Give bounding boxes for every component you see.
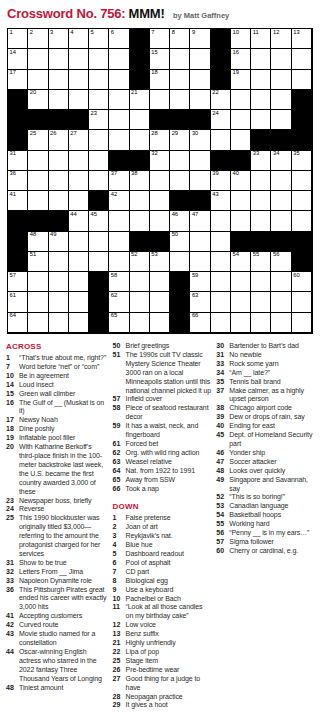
grid-cell[interactable]: [69, 232, 89, 252]
black-cell: [170, 191, 190, 211]
grid-cell[interactable]: [130, 313, 150, 333]
grid-cell[interactable]: [211, 313, 231, 333]
grid-cell[interactable]: 46: [170, 211, 190, 231]
grid-cell[interactable]: [69, 313, 89, 333]
grid-cell[interactable]: [190, 232, 210, 252]
grid-cell[interactable]: 20: [28, 90, 48, 110]
grid-cell[interactable]: [89, 70, 109, 90]
grid-cell[interactable]: 18: [150, 70, 170, 90]
clue-text: “Look at all those candles on my birthda…: [126, 603, 212, 621]
clue-text: Napoleon Dynamite role: [19, 577, 108, 586]
clue: 34“Am __ late?”: [216, 369, 316, 378]
grid-cell[interactable]: [28, 191, 48, 211]
clue-text: Dine poshly: [19, 425, 108, 434]
grid-cell[interactable]: [49, 313, 69, 333]
clue-number: 32: [6, 568, 19, 577]
clue-number: 29: [113, 701, 126, 710]
clue-number: 33: [216, 360, 229, 369]
grid-cell[interactable]: [292, 211, 312, 231]
grid-cell[interactable]: 59: [190, 272, 210, 292]
grid-cell[interactable]: [231, 110, 251, 130]
cell-number: 51: [30, 252, 36, 258]
across-clue-list: 1“That’s true about me, right?”7Word bef…: [6, 354, 108, 692]
black-cell: [89, 313, 109, 333]
grid-cell[interactable]: 41: [8, 191, 28, 211]
clue: 7CD part: [113, 568, 212, 577]
clue: 54Basketball hoops: [216, 511, 316, 520]
grid-cell[interactable]: 38: [130, 171, 150, 191]
grid-cell[interactable]: [49, 191, 69, 211]
cell-number: 52: [131, 252, 137, 258]
clue: 48Looks over quickly: [216, 467, 316, 476]
black-cell: [8, 232, 28, 252]
grid-cell[interactable]: 55: [251, 252, 271, 272]
cell-number: 26: [50, 131, 56, 137]
grid-cell[interactable]: [251, 211, 271, 231]
clue-text: Loud insect: [19, 381, 108, 390]
grid-cell[interactable]: 26: [49, 130, 69, 150]
grid-cell[interactable]: [231, 292, 251, 312]
grid-cell[interactable]: [89, 232, 109, 252]
clue: 29It gives a hoot: [113, 701, 212, 710]
clue-number: 44: [6, 648, 19, 684]
clue-text: Stage item: [126, 657, 212, 666]
grid-cell[interactable]: [150, 171, 170, 191]
cell-number: 30: [192, 131, 198, 137]
grid-cell[interactable]: 27: [69, 130, 89, 150]
grid-cell[interactable]: [49, 49, 69, 69]
grid-cell[interactable]: 51: [28, 252, 48, 272]
cell-number: 20: [30, 90, 36, 96]
grid-cell[interactable]: [109, 232, 129, 252]
grid-cell[interactable]: [69, 191, 89, 211]
grid-cell[interactable]: [190, 90, 210, 110]
black-cell: [292, 90, 312, 110]
grid-cell[interactable]: [89, 252, 109, 272]
grid-cell[interactable]: 14: [8, 49, 28, 69]
grid-cell[interactable]: [109, 211, 129, 231]
grid-cell[interactable]: [69, 70, 89, 90]
grid-cell[interactable]: [109, 70, 129, 90]
grid-cell[interactable]: [170, 171, 190, 191]
grid-cell[interactable]: 15: [150, 49, 170, 69]
clue-number: 56: [216, 529, 229, 538]
grid-cell[interactable]: [251, 292, 271, 312]
clue: 26Pre-bedtime wear: [113, 666, 212, 675]
grid-cell[interactable]: 52: [130, 252, 150, 272]
clue-number: 3: [113, 532, 126, 541]
grid-cell[interactable]: 8: [170, 29, 190, 49]
clue: 64Nat. from 1922 to 1991: [113, 467, 212, 476]
grid-cell[interactable]: [49, 252, 69, 272]
grid-cell[interactable]: [69, 171, 89, 191]
cell-number: 66: [192, 313, 198, 319]
cell-number: 16: [232, 50, 238, 56]
clue-number: 59: [113, 422, 126, 440]
clue-number: 47: [216, 458, 229, 467]
clue: 46Yonder ship: [216, 449, 316, 458]
grid-cell[interactable]: [28, 49, 48, 69]
grid-cell[interactable]: 39: [211, 171, 231, 191]
byline: by Matt Gaffney: [173, 11, 229, 20]
grid-cell[interactable]: [150, 313, 170, 333]
cell-number: 45: [91, 212, 97, 218]
clue-number: 46: [216, 449, 229, 458]
clue: 39Dew or drops of rain, say: [216, 413, 316, 422]
grid-cell[interactable]: [69, 90, 89, 110]
clue-text: Took a nap: [126, 485, 212, 494]
grid-cell[interactable]: 57: [8, 272, 28, 292]
clue-text: Newspaper boss, briefly: [19, 497, 108, 506]
clue-text: Be in agreement: [19, 372, 108, 381]
grid-cell[interactable]: [89, 151, 109, 171]
grid-cell[interactable]: [28, 171, 48, 191]
grid-cell[interactable]: 25: [28, 130, 48, 150]
grid-cell[interactable]: [190, 151, 210, 171]
clue-text: This 1990 blockbuster was originally tit…: [19, 514, 108, 559]
grid-cell[interactable]: [251, 90, 271, 110]
grid-cell[interactable]: [190, 171, 210, 191]
grid-cell[interactable]: [251, 313, 271, 333]
grid-cell[interactable]: [69, 292, 89, 312]
clue-text: Brief greetings: [126, 342, 212, 351]
grid-cell[interactable]: [211, 130, 231, 150]
cell-number: 63: [192, 293, 198, 299]
clue-text: This Pittsburgh Pirates great ended his …: [19, 586, 108, 613]
grid-cell[interactable]: [231, 130, 251, 150]
grid-cell[interactable]: 19: [231, 70, 251, 90]
black-cell: [8, 252, 28, 272]
grid-cell[interactable]: 35: [292, 151, 312, 171]
clue: 42Curved route: [6, 621, 108, 630]
grid-cell[interactable]: 3: [49, 29, 69, 49]
grid-cell[interactable]: [150, 90, 170, 110]
grid-cell[interactable]: [109, 130, 129, 150]
grid-cell[interactable]: 40: [231, 171, 251, 191]
clue-number: 9: [113, 586, 126, 595]
grid-cell[interactable]: [69, 252, 89, 272]
cell-number: 59: [192, 273, 198, 279]
grid-cell[interactable]: [251, 191, 271, 211]
clue-number: 34: [216, 369, 229, 378]
grid-cell[interactable]: 22: [211, 90, 231, 110]
grid-cell[interactable]: 64: [8, 313, 28, 333]
clue: 21Highly unfriendly: [113, 639, 212, 648]
grid-cell[interactable]: [69, 272, 89, 292]
grid-cell[interactable]: 24: [211, 110, 231, 130]
grid-cell[interactable]: [130, 110, 150, 130]
grid-cell[interactable]: [170, 70, 190, 90]
grid-cell[interactable]: [292, 70, 312, 90]
black-cell: [292, 110, 312, 130]
clue: 32Letters From __ Jima: [6, 568, 108, 577]
cell-number: 49: [50, 232, 56, 238]
grid-cell[interactable]: [271, 90, 291, 110]
clue-text: Away from SSW: [126, 476, 212, 485]
clue: 35Tennis ball brand: [216, 378, 316, 387]
grid-cell[interactable]: 29: [170, 130, 190, 150]
clue: 31Show to be true: [6, 559, 108, 568]
grid-cell[interactable]: 48: [28, 232, 48, 252]
grid-cell[interactable]: 32: [150, 151, 170, 171]
clue-number: 7: [6, 363, 19, 372]
grid-cell[interactable]: [211, 232, 231, 252]
grid-cell[interactable]: [231, 272, 251, 292]
clue-text: Rock some yarn: [229, 360, 316, 369]
grid-cell[interactable]: [170, 49, 190, 69]
clue-number: 49: [216, 476, 229, 494]
clue: 33Napoleon Dynamite role: [6, 577, 108, 586]
grid-cell[interactable]: [271, 211, 291, 231]
clue: 47Soccer attacker: [216, 458, 316, 467]
clue-text: Canadian language: [229, 502, 316, 511]
grid-cell[interactable]: [231, 313, 251, 333]
grid-cell[interactable]: [28, 292, 48, 312]
grid-cell[interactable]: 62: [109, 292, 129, 312]
grid-cell[interactable]: [211, 252, 231, 272]
clue-text: Soccer attacker: [229, 458, 316, 467]
black-cell: [271, 130, 291, 150]
grid-cell[interactable]: 1: [8, 29, 28, 49]
grid-cell[interactable]: 13: [292, 29, 312, 49]
grid-cell[interactable]: [49, 292, 69, 312]
grid-cell[interactable]: [271, 191, 291, 211]
grid-cell[interactable]: [109, 90, 129, 110]
clue-number: 22: [113, 648, 126, 657]
clue-number: 30: [216, 342, 229, 351]
clue-text: CD part: [126, 568, 212, 577]
grid-cell[interactable]: 37: [109, 171, 129, 191]
clue-number: 57: [113, 395, 126, 404]
clue-number: 10: [6, 372, 19, 381]
grid-cell[interactable]: [150, 272, 170, 292]
grid-cell[interactable]: [49, 272, 69, 292]
grid-cell[interactable]: [150, 211, 170, 231]
grid-cell[interactable]: [292, 313, 312, 333]
grid-cell[interactable]: 50: [170, 232, 190, 252]
grid-cell[interactable]: 43: [211, 191, 231, 211]
grid-cell[interactable]: [271, 292, 291, 312]
page: Crossword No. 756:MMM! by Matt Gaffney 1…: [0, 0, 320, 717]
grid-cell[interactable]: [170, 90, 190, 110]
cell-number: 46: [172, 212, 178, 218]
black-cell: [271, 232, 291, 252]
grid-cell[interactable]: [211, 272, 231, 292]
clue-text: Pre-bedtime wear: [126, 666, 212, 675]
grid-cell[interactable]: 30: [190, 130, 210, 150]
grid-cell[interactable]: 21: [130, 90, 150, 110]
grid-cell[interactable]: [251, 272, 271, 292]
clue-number: 18: [6, 425, 19, 434]
grid-cell[interactable]: [271, 49, 291, 69]
clue-text: Org. with wild ring action: [126, 449, 212, 458]
grid-cell[interactable]: 9: [190, 29, 210, 49]
grid-cell[interactable]: [231, 211, 251, 231]
grid-cell[interactable]: [89, 90, 109, 110]
cell-number: 4: [70, 30, 73, 36]
grid-cell[interactable]: 6: [109, 29, 129, 49]
clue: 11“Look at all those candles on my birth…: [113, 603, 212, 621]
grid-cell[interactable]: [150, 292, 170, 312]
crossword-grid[interactable]: 1234567891011121314151617181920212223242…: [7, 28, 313, 334]
black-cell: [211, 29, 231, 49]
black-cell: [8, 90, 28, 110]
clue-number: 55: [216, 520, 229, 529]
clue: 66Took a nap: [113, 485, 212, 494]
grid-cell[interactable]: [69, 49, 89, 69]
cell-number: 58: [111, 273, 117, 279]
clue-number: 16: [6, 399, 19, 417]
grid-cell[interactable]: [190, 70, 210, 90]
black-cell: [130, 49, 150, 69]
grid-cell[interactable]: [292, 49, 312, 69]
grid-cell[interactable]: 53: [150, 252, 170, 272]
grid-cell[interactable]: [231, 191, 251, 211]
grid-cell[interactable]: 5: [89, 29, 109, 49]
grid-cell[interactable]: [211, 292, 231, 312]
clue-text: Highly unfriendly: [126, 639, 212, 648]
grid-cell[interactable]: [130, 130, 150, 150]
black-cell: [231, 232, 251, 252]
grid-cell[interactable]: 4: [69, 29, 89, 49]
black-cell: [130, 70, 150, 90]
clue: 52“This is so boring!”: [216, 493, 316, 502]
grid-cell[interactable]: 49: [49, 232, 69, 252]
grid-cell[interactable]: [190, 252, 210, 272]
clue: 65Away from SSW: [113, 476, 212, 485]
clue-text: Tennis ball brand: [229, 378, 316, 387]
grid-cell[interactable]: [231, 90, 251, 110]
grid-cell[interactable]: 12: [271, 29, 291, 49]
grid-cell[interactable]: 34: [271, 151, 291, 171]
grid-cell[interactable]: [271, 110, 291, 130]
grid-cell[interactable]: [271, 313, 291, 333]
down-heading: DOWN: [113, 502, 212, 511]
grid-cell[interactable]: [89, 171, 109, 191]
grid-cell[interactable]: [271, 171, 291, 191]
grid-cell[interactable]: [251, 110, 271, 130]
grid-cell[interactable]: 33: [251, 151, 271, 171]
black-cell: [150, 232, 170, 252]
grid-cell[interactable]: [28, 70, 48, 90]
clue: 49Singapore and Savannah, say: [216, 476, 316, 494]
clue-number: 63: [113, 458, 126, 467]
grid-cell[interactable]: [49, 90, 69, 110]
clue-text: False pretense: [126, 514, 212, 523]
black-cell: [251, 130, 271, 150]
grid-cell[interactable]: [109, 110, 129, 130]
grid-cell[interactable]: [130, 272, 150, 292]
black-cell: [69, 110, 89, 130]
grid-cell[interactable]: [292, 171, 312, 191]
grid-cell[interactable]: 42: [109, 191, 129, 211]
clue: 19Inflatable pool filler: [6, 434, 108, 443]
grid-cell[interactable]: [28, 151, 48, 171]
clue-text: Yonder ship: [229, 449, 316, 458]
grid-cell[interactable]: [49, 70, 69, 90]
clue-text: Neopagan practice: [126, 693, 212, 702]
grid-cell[interactable]: 54: [231, 252, 251, 272]
grid-cell[interactable]: [130, 292, 150, 312]
black-cell: [231, 151, 251, 171]
black-cell: [292, 232, 312, 252]
clue-text: Low voice: [126, 621, 212, 630]
grid-cell[interactable]: [251, 70, 271, 90]
grid-cell[interactable]: 44: [69, 211, 89, 231]
grid-cell[interactable]: [211, 211, 231, 231]
grid-cell[interactable]: [89, 49, 109, 69]
grid-cell[interactable]: 10: [231, 29, 251, 49]
grid-cell[interactable]: [190, 49, 210, 69]
grid-cell[interactable]: [49, 171, 69, 191]
grid-cell[interactable]: 16: [231, 49, 251, 69]
grid-cell[interactable]: [271, 272, 291, 292]
grid-cell[interactable]: [89, 130, 109, 150]
grid-cell[interactable]: 17: [8, 70, 28, 90]
grid-cell[interactable]: [109, 252, 129, 272]
grid-cell[interactable]: [28, 272, 48, 292]
grid-cell[interactable]: 61: [8, 292, 28, 312]
across-heading: ACROSS: [6, 342, 108, 351]
black-cell: [170, 313, 190, 333]
cell-number: 35: [293, 151, 299, 157]
cell-number: 9: [192, 30, 195, 36]
grid-cell[interactable]: [251, 171, 271, 191]
clue-number: 42: [6, 621, 19, 630]
clue-number: 17: [6, 416, 19, 425]
grid-cell[interactable]: 36: [8, 171, 28, 191]
cell-number: 48: [30, 232, 36, 238]
grid-cell[interactable]: [130, 191, 150, 211]
grid-cell[interactable]: 45: [89, 211, 109, 231]
grid-cell[interactable]: 2: [28, 29, 48, 49]
grid-cell[interactable]: 56: [271, 252, 291, 272]
grid-cell[interactable]: 28: [150, 130, 170, 150]
grid-cell[interactable]: [150, 191, 170, 211]
grid-cell[interactable]: [251, 49, 271, 69]
grid-cell[interactable]: 60: [292, 272, 312, 292]
grid-cell[interactable]: 23: [89, 110, 109, 130]
clue: 41Accepting customers: [6, 612, 108, 621]
clue: 15Green wall climber: [6, 390, 108, 399]
clue-column-1: ACROSS 1“That’s true about me, right?”7W…: [6, 342, 108, 692]
grid-cell[interactable]: 31: [8, 151, 28, 171]
cell-number: 55: [253, 252, 259, 258]
grid-cell[interactable]: [292, 292, 312, 312]
grid-cell[interactable]: 63: [190, 292, 210, 312]
grid-cell[interactable]: [130, 211, 150, 231]
grid-cell[interactable]: 11: [251, 29, 271, 49]
grid-cell[interactable]: [292, 191, 312, 211]
clue: 17Newsy Noah: [6, 416, 108, 425]
grid-cell[interactable]: [109, 49, 129, 69]
black-cell: [89, 292, 109, 312]
grid-cell[interactable]: 58: [109, 272, 129, 292]
grid-cell[interactable]: 65: [109, 313, 129, 333]
grid-cell[interactable]: [170, 151, 190, 171]
grid-cell[interactable]: [49, 151, 69, 171]
clue-text: Movie studio named for a constellation: [19, 630, 108, 648]
grid-cell[interactable]: 7: [150, 29, 170, 49]
grid-cell[interactable]: 47: [190, 211, 210, 231]
grid-cell[interactable]: [170, 252, 190, 272]
clue-number: 41: [6, 612, 19, 621]
grid-cell[interactable]: [69, 151, 89, 171]
cell-number: 2: [30, 30, 33, 36]
grid-cell[interactable]: [271, 70, 291, 90]
grid-cell[interactable]: [28, 313, 48, 333]
grid-cell[interactable]: 66: [190, 313, 210, 333]
